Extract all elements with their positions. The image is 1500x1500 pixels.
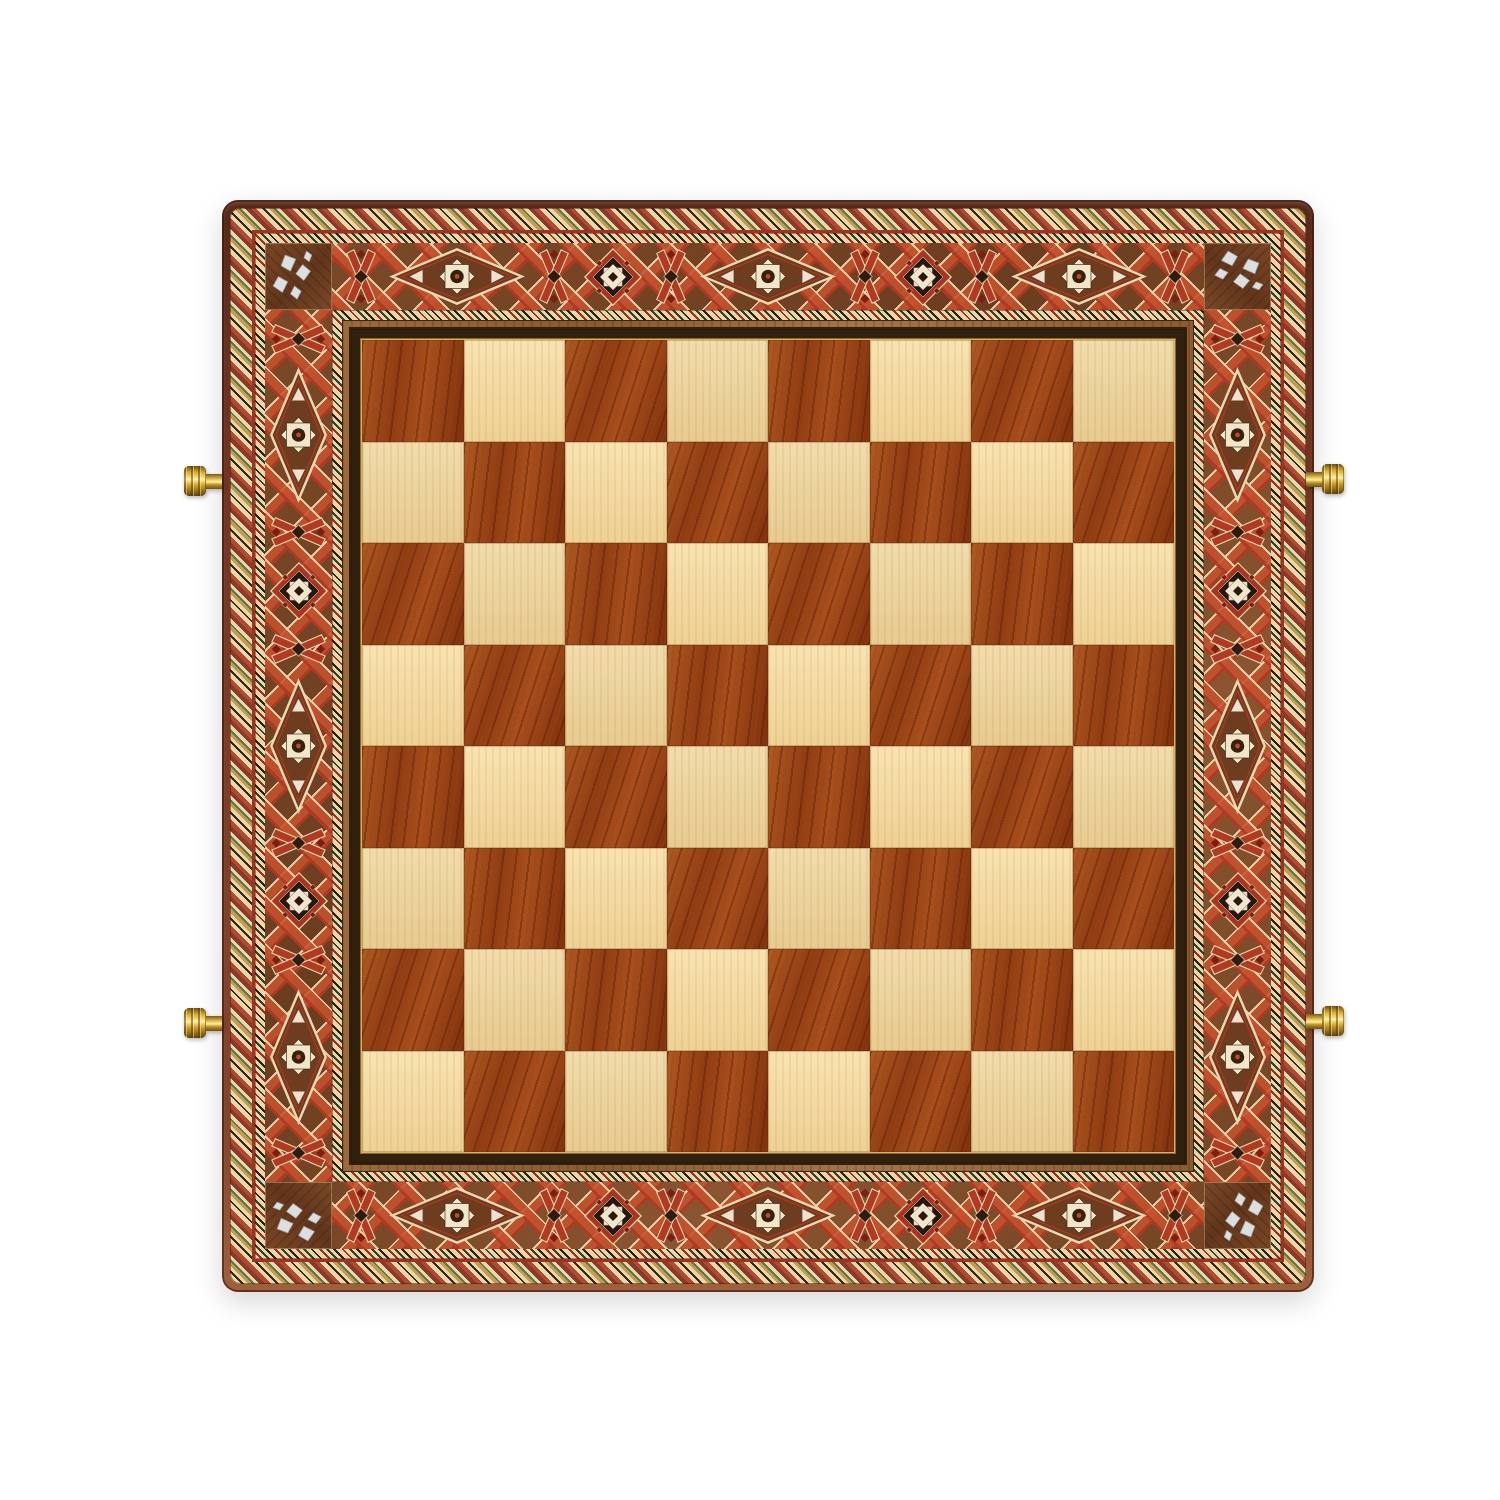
square-e6[interactable] — [768, 543, 870, 645]
x-motif — [1209, 323, 1266, 355]
knob-cap — [184, 466, 206, 496]
star-medallion — [583, 1186, 643, 1246]
square-h5[interactable] — [1073, 645, 1175, 747]
eye-medallion — [700, 246, 836, 307]
star-medallion — [893, 1186, 953, 1246]
square-f7[interactable] — [870, 442, 972, 544]
x-motif — [655, 1187, 687, 1244]
x-motif — [966, 1187, 998, 1244]
square-b5[interactable] — [464, 645, 566, 747]
square-e5[interactable] — [768, 645, 870, 747]
eye-medallion — [389, 246, 525, 307]
square-e1[interactable] — [768, 1051, 870, 1153]
square-e4[interactable] — [768, 746, 870, 848]
square-b1[interactable] — [464, 1051, 566, 1153]
square-g1[interactable] — [971, 1051, 1073, 1153]
square-b6[interactable] — [464, 543, 566, 645]
x-motif — [1209, 516, 1266, 548]
star-medallion — [1208, 871, 1268, 931]
brass-knob — [184, 1008, 222, 1038]
mosaic-strip-bottom — [332, 1182, 1204, 1249]
x-motif — [849, 248, 881, 305]
square-b2[interactable] — [464, 949, 566, 1051]
x-motif — [345, 248, 377, 305]
square-f8[interactable] — [870, 340, 972, 442]
square-c7[interactable] — [565, 442, 667, 544]
x-motif — [849, 1187, 881, 1244]
star-medallion — [583, 247, 643, 307]
eye-medallion — [268, 678, 329, 814]
eye-medallion — [389, 1185, 525, 1246]
mosaic-strip-left — [265, 310, 332, 1182]
x-motif — [966, 248, 998, 305]
star-medallion — [893, 247, 953, 307]
square-a7[interactable] — [362, 442, 464, 544]
eye-medallion — [1207, 678, 1268, 814]
knob-cap — [1322, 464, 1344, 494]
x-motif — [270, 1137, 327, 1169]
brass-knob — [184, 466, 222, 496]
x-motif — [655, 248, 687, 305]
square-g4[interactable] — [971, 746, 1073, 848]
corner-inlay-bottom-left — [265, 1182, 332, 1249]
x-motif — [1209, 827, 1266, 859]
square-f2[interactable] — [870, 949, 972, 1051]
square-e3[interactable] — [768, 848, 870, 950]
eye-medallion — [1011, 246, 1147, 307]
eye-medallion — [268, 989, 329, 1125]
mosaic-strip-right — [1204, 310, 1271, 1182]
square-d1[interactable] — [667, 1051, 769, 1153]
square-g7[interactable] — [971, 442, 1073, 544]
square-g8[interactable] — [971, 340, 1073, 442]
knob-neck — [1306, 472, 1322, 487]
square-b7[interactable] — [464, 442, 566, 544]
x-motif — [270, 633, 327, 665]
x-motif — [538, 248, 570, 305]
corner-inlay-top-left — [265, 243, 332, 310]
square-a3[interactable] — [362, 848, 464, 950]
square-e8[interactable] — [768, 340, 870, 442]
corner-inlay-bottom-right — [1204, 1182, 1271, 1249]
knob-neck — [206, 1016, 222, 1031]
corner-inlay-top-right — [1204, 243, 1271, 310]
square-d7[interactable] — [667, 442, 769, 544]
square-d3[interactable] — [667, 848, 769, 950]
x-motif — [1209, 1137, 1266, 1169]
square-h8[interactable] — [1073, 340, 1175, 442]
square-h2[interactable] — [1073, 949, 1175, 1051]
x-motif — [345, 1187, 377, 1244]
playing-area — [362, 340, 1174, 1152]
star-medallion — [1208, 561, 1268, 621]
square-a2[interactable] — [362, 949, 464, 1051]
square-f3[interactable] — [870, 848, 972, 950]
square-e2[interactable] — [768, 949, 870, 1051]
square-e7[interactable] — [768, 442, 870, 544]
x-motif — [538, 1187, 570, 1244]
square-a6[interactable] — [362, 543, 464, 645]
square-d6[interactable] — [667, 543, 769, 645]
square-d2[interactable] — [667, 949, 769, 1051]
square-c5[interactable] — [565, 645, 667, 747]
square-h1[interactable] — [1073, 1051, 1175, 1153]
mosaic-strip-top — [332, 243, 1204, 310]
x-motif — [1159, 248, 1191, 305]
eye-medallion — [1207, 989, 1268, 1125]
x-motif — [1209, 633, 1266, 665]
knob-neck — [1306, 1014, 1322, 1029]
square-g2[interactable] — [971, 949, 1073, 1051]
square-g6[interactable] — [971, 543, 1073, 645]
square-d4[interactable] — [667, 746, 769, 848]
square-g3[interactable] — [971, 848, 1073, 950]
eye-medallion — [1207, 367, 1268, 503]
square-h3[interactable] — [1073, 848, 1175, 950]
star-medallion — [269, 871, 329, 931]
square-h7[interactable] — [1073, 442, 1175, 544]
eye-medallion — [268, 367, 329, 503]
eye-medallion — [1011, 1185, 1147, 1246]
square-c4[interactable] — [565, 746, 667, 848]
brass-knob — [1306, 464, 1344, 494]
x-motif — [270, 323, 327, 355]
eye-medallion — [700, 1185, 836, 1246]
square-a1[interactable] — [362, 1051, 464, 1153]
x-motif — [270, 944, 327, 976]
knob-cap — [184, 1008, 206, 1038]
square-d5[interactable] — [667, 645, 769, 747]
square-f4[interactable] — [870, 746, 972, 848]
square-c8[interactable] — [565, 340, 667, 442]
knob-neck — [206, 474, 222, 489]
brass-knob — [1306, 1006, 1344, 1036]
square-g5[interactable] — [971, 645, 1073, 747]
star-medallion — [269, 561, 329, 621]
square-h4[interactable] — [1073, 746, 1175, 848]
square-c2[interactable] — [565, 949, 667, 1051]
square-a4[interactable] — [362, 746, 464, 848]
square-b8[interactable] — [464, 340, 566, 442]
square-c6[interactable] — [565, 543, 667, 645]
square-a5[interactable] — [362, 645, 464, 747]
x-motif — [1159, 1187, 1191, 1244]
chess-board — [222, 200, 1314, 1292]
square-a8[interactable] — [362, 340, 464, 442]
square-b4[interactable] — [464, 746, 566, 848]
square-f1[interactable] — [870, 1051, 972, 1153]
square-b3[interactable] — [464, 848, 566, 950]
square-d8[interactable] — [667, 340, 769, 442]
x-motif — [270, 827, 327, 859]
square-c1[interactable] — [565, 1051, 667, 1153]
square-c3[interactable] — [565, 848, 667, 950]
square-h6[interactable] — [1073, 543, 1175, 645]
product-photo-stage — [0, 0, 1500, 1500]
knob-cap — [1322, 1006, 1344, 1036]
x-motif — [270, 516, 327, 548]
square-f6[interactable] — [870, 543, 972, 645]
square-f5[interactable] — [870, 645, 972, 747]
x-motif — [1209, 944, 1266, 976]
